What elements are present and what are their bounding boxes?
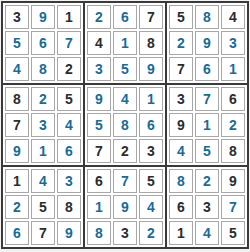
cell-r6c7[interactable]: 4 <box>169 139 193 163</box>
cell-r1c4[interactable]: 2 <box>87 5 111 29</box>
cell-r8c9[interactable]: 7 <box>221 195 245 219</box>
box-8: 675194832 <box>85 167 165 247</box>
cell-r2c7[interactable]: 2 <box>169 31 193 55</box>
cell-r8c4[interactable]: 1 <box>87 195 111 219</box>
cell-r9c5[interactable]: 3 <box>113 221 137 245</box>
cell-r6c2[interactable]: 1 <box>31 139 55 163</box>
cell-r8c3[interactable]: 8 <box>57 195 81 219</box>
cell-r7c3[interactable]: 3 <box>57 169 81 193</box>
box-3: 584293761 <box>167 3 247 83</box>
cell-r4c6[interactable]: 1 <box>139 87 163 111</box>
cell-r1c8[interactable]: 8 <box>195 5 219 29</box>
cell-r8c8[interactable]: 3 <box>195 195 219 219</box>
cell-r6c1[interactable]: 9 <box>5 139 29 163</box>
cell-r1c1[interactable]: 3 <box>5 5 29 29</box>
sudoku-board: 3915674822674183595842937618257349169415… <box>1 1 249 249</box>
cell-r8c2[interactable]: 5 <box>31 195 55 219</box>
cell-r3c5[interactable]: 5 <box>113 57 137 81</box>
cell-r3c6[interactable]: 9 <box>139 57 163 81</box>
cell-r7c5[interactable]: 7 <box>113 169 137 193</box>
cell-r7c8[interactable]: 2 <box>195 169 219 193</box>
box-6: 376912458 <box>167 85 247 165</box>
cell-r2c6[interactable]: 8 <box>139 31 163 55</box>
cell-r5c6[interactable]: 6 <box>139 113 163 137</box>
cell-r6c5[interactable]: 2 <box>113 139 137 163</box>
cell-r9c7[interactable]: 1 <box>169 221 193 245</box>
cell-r1c2[interactable]: 9 <box>31 5 55 29</box>
cell-r3c9[interactable]: 1 <box>221 57 245 81</box>
cell-r7c1[interactable]: 1 <box>5 169 29 193</box>
cell-r1c3[interactable]: 1 <box>57 5 81 29</box>
cell-r2c8[interactable]: 9 <box>195 31 219 55</box>
box-7: 143258679 <box>3 167 83 247</box>
cell-r8c1[interactable]: 2 <box>5 195 29 219</box>
cell-r5c1[interactable]: 7 <box>5 113 29 137</box>
cell-r3c7[interactable]: 7 <box>169 57 193 81</box>
cell-r1c7[interactable]: 5 <box>169 5 193 29</box>
cell-r1c5[interactable]: 6 <box>113 5 137 29</box>
cell-r6c9[interactable]: 8 <box>221 139 245 163</box>
cell-r4c5[interactable]: 4 <box>113 87 137 111</box>
cell-r4c1[interactable]: 8 <box>5 87 29 111</box>
box-9: 829637145 <box>167 167 247 247</box>
box-2: 267418359 <box>85 3 165 83</box>
cell-r9c8[interactable]: 4 <box>195 221 219 245</box>
cell-r9c6[interactable]: 2 <box>139 221 163 245</box>
cell-r8c7[interactable]: 6 <box>169 195 193 219</box>
cell-r3c4[interactable]: 3 <box>87 57 111 81</box>
cell-r5c2[interactable]: 3 <box>31 113 55 137</box>
cell-r2c1[interactable]: 5 <box>5 31 29 55</box>
cell-r9c9[interactable]: 5 <box>221 221 245 245</box>
cell-r6c3[interactable]: 6 <box>57 139 81 163</box>
cell-r2c4[interactable]: 4 <box>87 31 111 55</box>
cell-r6c4[interactable]: 7 <box>87 139 111 163</box>
cell-r4c4[interactable]: 9 <box>87 87 111 111</box>
cell-r2c5[interactable]: 1 <box>113 31 137 55</box>
box-5: 941586723 <box>85 85 165 165</box>
cell-r3c8[interactable]: 6 <box>195 57 219 81</box>
cell-r9c3[interactable]: 9 <box>57 221 81 245</box>
cell-r6c6[interactable]: 3 <box>139 139 163 163</box>
cell-r4c3[interactable]: 5 <box>57 87 81 111</box>
cell-r3c2[interactable]: 8 <box>31 57 55 81</box>
cell-r9c2[interactable]: 7 <box>31 221 55 245</box>
box-4: 825734916 <box>3 85 83 165</box>
cell-r9c4[interactable]: 8 <box>87 221 111 245</box>
cell-r1c9[interactable]: 4 <box>221 5 245 29</box>
cell-r2c2[interactable]: 6 <box>31 31 55 55</box>
cell-r5c7[interactable]: 9 <box>169 113 193 137</box>
cell-r7c2[interactable]: 4 <box>31 169 55 193</box>
cell-r8c5[interactable]: 9 <box>113 195 137 219</box>
cell-r4c8[interactable]: 7 <box>195 87 219 111</box>
cell-r3c1[interactable]: 4 <box>5 57 29 81</box>
cell-r5c8[interactable]: 1 <box>195 113 219 137</box>
cell-r9c1[interactable]: 6 <box>5 221 29 245</box>
cell-r4c2[interactable]: 2 <box>31 87 55 111</box>
cell-r3c3[interactable]: 2 <box>57 57 81 81</box>
cell-r5c4[interactable]: 5 <box>87 113 111 137</box>
cell-r6c8[interactable]: 5 <box>195 139 219 163</box>
cell-r1c6[interactable]: 7 <box>139 5 163 29</box>
cell-r5c5[interactable]: 8 <box>113 113 137 137</box>
cell-r7c9[interactable]: 9 <box>221 169 245 193</box>
cell-r8c6[interactable]: 4 <box>139 195 163 219</box>
cell-r2c3[interactable]: 7 <box>57 31 81 55</box>
cell-r5c9[interactable]: 2 <box>221 113 245 137</box>
cell-r4c7[interactable]: 3 <box>169 87 193 111</box>
cell-r2c9[interactable]: 3 <box>221 31 245 55</box>
cell-r4c9[interactable]: 6 <box>221 87 245 111</box>
cell-r5c3[interactable]: 4 <box>57 113 81 137</box>
cell-r7c6[interactable]: 5 <box>139 169 163 193</box>
box-1: 391567482 <box>3 3 83 83</box>
cell-r7c4[interactable]: 6 <box>87 169 111 193</box>
cell-r7c7[interactable]: 8 <box>169 169 193 193</box>
